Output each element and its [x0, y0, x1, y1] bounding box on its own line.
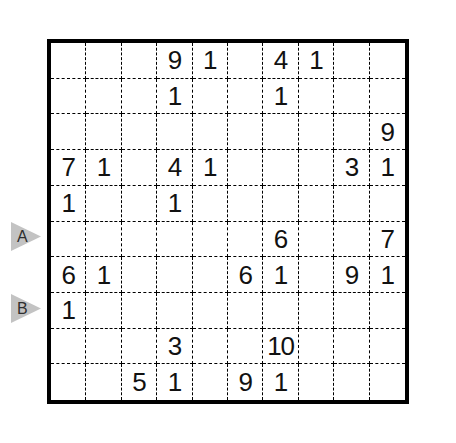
- cell-r8c10[interactable]: [370, 293, 405, 329]
- cell-r1c10[interactable]: [370, 43, 405, 79]
- cell-r5c2[interactable]: [86, 186, 121, 222]
- clue-number: 5: [132, 369, 145, 395]
- cell-r2c8[interactable]: [299, 79, 334, 115]
- cell-r3c9[interactable]: [334, 114, 369, 150]
- row-marker-a: A: [11, 222, 41, 251]
- clue-number: 6: [274, 226, 287, 252]
- cell-r9c9[interactable]: [334, 329, 369, 365]
- cell-r7c8[interactable]: [299, 257, 334, 293]
- cell-r5c8[interactable]: [299, 186, 334, 222]
- cell-r2c9[interactable]: [334, 79, 369, 115]
- cell-r10c5[interactable]: [193, 364, 228, 400]
- cell-r7c6[interactable]: 6: [228, 257, 263, 293]
- cell-r3c10[interactable]: 9: [370, 114, 405, 150]
- cell-r8c2[interactable]: [86, 293, 121, 329]
- cell-r2c3[interactable]: [122, 79, 157, 115]
- cell-r4c6[interactable]: [228, 150, 263, 186]
- clue-number: 1: [97, 154, 110, 180]
- cell-r8c4[interactable]: [157, 293, 192, 329]
- clue-number: 1: [97, 262, 110, 288]
- cell-r6c8[interactable]: [299, 222, 334, 258]
- cell-r8c1[interactable]: 1: [51, 293, 86, 329]
- cell-r9c4[interactable]: 3: [157, 329, 192, 365]
- cell-r7c9[interactable]: 9: [334, 257, 369, 293]
- cell-r4c7[interactable]: [263, 150, 298, 186]
- clue-number: 7: [61, 154, 74, 180]
- cell-r4c5[interactable]: 1: [193, 150, 228, 186]
- cell-r7c1[interactable]: 6: [51, 257, 86, 293]
- cell-r9c2[interactable]: [86, 329, 121, 365]
- clue-number: 1: [274, 369, 287, 395]
- cell-r1c6[interactable]: [228, 43, 263, 79]
- cell-r3c4[interactable]: [157, 114, 192, 150]
- cell-r1c1[interactable]: [51, 43, 86, 79]
- cell-r7c2[interactable]: 1: [86, 257, 121, 293]
- clue-number: 3: [168, 333, 181, 359]
- cell-r5c7[interactable]: [263, 186, 298, 222]
- row-marker-b: B: [11, 294, 41, 323]
- clue-number: 1: [168, 369, 181, 395]
- cell-r9c6[interactable]: [228, 329, 263, 365]
- clue-number: 10: [267, 333, 294, 359]
- clue-number: 4: [168, 154, 181, 180]
- cell-r6c10[interactable]: 7: [370, 222, 405, 258]
- cell-r2c2[interactable]: [86, 79, 121, 115]
- cell-r3c8[interactable]: [299, 114, 334, 150]
- clue-number: 1: [61, 190, 74, 216]
- cell-r9c5[interactable]: [193, 329, 228, 365]
- cell-r5c1[interactable]: 1: [51, 186, 86, 222]
- cell-r8c9[interactable]: [334, 293, 369, 329]
- cell-r10c7[interactable]: 1: [263, 364, 298, 400]
- cell-r10c9[interactable]: [334, 364, 369, 400]
- cell-r10c8[interactable]: [299, 364, 334, 400]
- clue-number: 4: [274, 47, 287, 73]
- cell-r10c3[interactable]: 5: [122, 364, 157, 400]
- clue-number: 9: [238, 369, 251, 395]
- cell-r1c4[interactable]: 9: [157, 43, 192, 79]
- cell-r7c10[interactable]: 1: [370, 257, 405, 293]
- cell-r6c5[interactable]: [193, 222, 228, 258]
- row-marker-b-label: B: [17, 301, 28, 317]
- cell-r9c10[interactable]: [370, 329, 405, 365]
- cell-r3c2[interactable]: [86, 114, 121, 150]
- cell-r1c7[interactable]: 4: [263, 43, 298, 79]
- cell-r10c4[interactable]: 1: [157, 364, 192, 400]
- cell-r2c1[interactable]: [51, 79, 86, 115]
- cell-r5c6[interactable]: [228, 186, 263, 222]
- cell-r6c6[interactable]: [228, 222, 263, 258]
- cell-r3c5[interactable]: [193, 114, 228, 150]
- clue-number: 1: [381, 154, 394, 180]
- clue-number: 3: [345, 154, 358, 180]
- clue-number: 1: [309, 47, 322, 73]
- cell-r1c8[interactable]: 1: [299, 43, 334, 79]
- cell-r1c2[interactable]: [86, 43, 121, 79]
- cell-r1c9[interactable]: [334, 43, 369, 79]
- cell-r4c9[interactable]: 3: [334, 150, 369, 186]
- clue-number: 6: [238, 262, 251, 288]
- clue-number: 1: [274, 83, 287, 109]
- cell-r3c1[interactable]: [51, 114, 86, 150]
- cell-r7c5[interactable]: [193, 257, 228, 293]
- row-marker-a-label: A: [17, 229, 28, 245]
- cell-r10c10[interactable]: [370, 364, 405, 400]
- cell-r6c3[interactable]: [122, 222, 157, 258]
- cell-r4c3[interactable]: [122, 150, 157, 186]
- puzzle-board: 9141119714131116761619113105191: [47, 39, 409, 404]
- cell-r8c3[interactable]: [122, 293, 157, 329]
- cell-r7c3[interactable]: [122, 257, 157, 293]
- cell-r4c8[interactable]: [299, 150, 334, 186]
- clue-number: 1: [61, 297, 74, 323]
- cell-r6c7[interactable]: 6: [263, 222, 298, 258]
- clue-number: 1: [168, 190, 181, 216]
- cell-r8c8[interactable]: [299, 293, 334, 329]
- clue-number: 9: [381, 119, 394, 145]
- cell-r9c3[interactable]: [122, 329, 157, 365]
- cell-r3c3[interactable]: [122, 114, 157, 150]
- cell-r7c7[interactable]: 1: [263, 257, 298, 293]
- cell-r4c4[interactable]: 4: [157, 150, 192, 186]
- clue-number: 1: [203, 47, 216, 73]
- cell-r4c2[interactable]: 1: [86, 150, 121, 186]
- cell-r10c1[interactable]: [51, 364, 86, 400]
- cell-r10c2[interactable]: [86, 364, 121, 400]
- cell-r5c9[interactable]: [334, 186, 369, 222]
- clue-number: 1: [381, 262, 394, 288]
- clue-number: 6: [61, 262, 74, 288]
- cell-r4c1[interactable]: 7: [51, 150, 86, 186]
- cell-r2c6[interactable]: [228, 79, 263, 115]
- cell-r5c4[interactable]: 1: [157, 186, 192, 222]
- clue-number: 9: [168, 47, 181, 73]
- cell-r6c4[interactable]: [157, 222, 192, 258]
- cell-r2c4[interactable]: 1: [157, 79, 192, 115]
- cell-r6c9[interactable]: [334, 222, 369, 258]
- cell-r2c10[interactable]: [370, 79, 405, 115]
- cell-r6c2[interactable]: [86, 222, 121, 258]
- cell-r2c7[interactable]: 1: [263, 79, 298, 115]
- clue-number: 1: [274, 262, 287, 288]
- cell-r5c3[interactable]: [122, 186, 157, 222]
- cell-r10c6[interactable]: 9: [228, 364, 263, 400]
- clue-number: 9: [345, 262, 358, 288]
- cell-r9c1[interactable]: [51, 329, 86, 365]
- cell-r9c7[interactable]: 10: [263, 329, 298, 365]
- cell-r1c5[interactable]: 1: [193, 43, 228, 79]
- cell-r4c10[interactable]: 1: [370, 150, 405, 186]
- cell-r2c5[interactable]: [193, 79, 228, 115]
- cell-r1c3[interactable]: [122, 43, 157, 79]
- cell-r3c6[interactable]: [228, 114, 263, 150]
- cell-r5c10[interactable]: [370, 186, 405, 222]
- cell-r9c8[interactable]: [299, 329, 334, 365]
- puzzle-page: A B 9141119714131116761619113105191: [0, 0, 456, 443]
- cell-r6c1[interactable]: [51, 222, 86, 258]
- clue-number: 7: [381, 226, 394, 252]
- cell-r8c7[interactable]: [263, 293, 298, 329]
- clue-number: 1: [203, 154, 216, 180]
- clue-number: 1: [168, 83, 181, 109]
- cell-r8c6[interactable]: [228, 293, 263, 329]
- cell-r5c5[interactable]: [193, 186, 228, 222]
- cell-r7c4[interactable]: [157, 257, 192, 293]
- cell-r3c7[interactable]: [263, 114, 298, 150]
- cell-r8c5[interactable]: [193, 293, 228, 329]
